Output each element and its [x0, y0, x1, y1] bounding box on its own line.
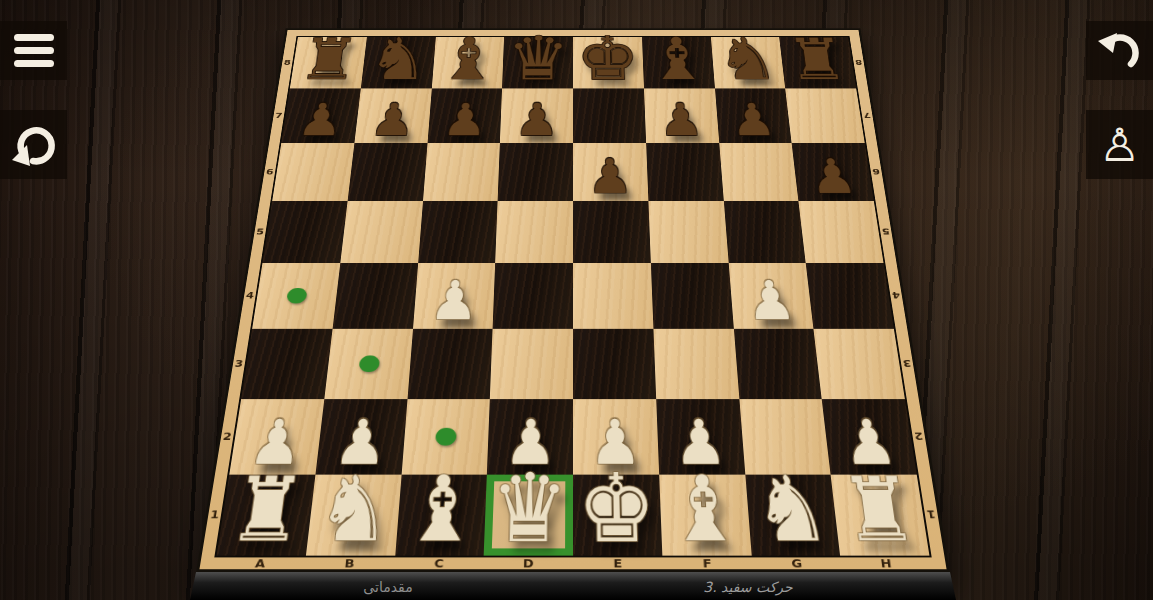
piece-black-pawn[interactable]: ♟ [441, 99, 488, 141]
square-a5[interactable] [262, 201, 347, 263]
chess-board: ♜♞♝♛♚♝♞♜♟♟♟♟♟♟♟♟♟♟♟♟♟♟♟♟♜♞♝♛♚♝♞♜ ABCDEFG… [196, 28, 950, 572]
piece-white-pawn[interactable]: ♟ [428, 276, 480, 327]
hamburger-icon [14, 34, 54, 67]
piece-black-pawn[interactable]: ♟ [368, 99, 417, 141]
piece-black-pawn[interactable]: ♟ [295, 99, 345, 141]
square-c4[interactable]: ♟ [413, 263, 496, 329]
move-status-label: 3. حرکت سفید [703, 579, 792, 595]
rotate-board-button[interactable] [0, 110, 67, 179]
piece-black-pawn[interactable]: ♟ [658, 99, 705, 141]
piece-white-knight[interactable]: ♞ [312, 467, 396, 553]
file-label-c: C [394, 557, 484, 569]
file-label-h: H [841, 557, 932, 569]
piece-black-pawn[interactable]: ♟ [514, 99, 559, 141]
square-e4[interactable] [573, 263, 653, 329]
square-g7[interactable]: ♟ [715, 88, 792, 143]
square-d5[interactable] [495, 201, 573, 263]
piece-black-rook[interactable]: ♜ [784, 33, 850, 87]
square-d7[interactable]: ♟ [500, 88, 573, 143]
square-a1[interactable]: ♜ [217, 475, 316, 556]
square-a7[interactable]: ♟ [281, 88, 360, 143]
square-g1[interactable]: ♞ [745, 475, 840, 556]
move-hint-dot[interactable] [435, 427, 457, 445]
square-c8[interactable]: ♝ [431, 37, 504, 89]
square-a6[interactable] [272, 143, 354, 201]
square-b1[interactable]: ♞ [306, 475, 401, 556]
square-b6[interactable] [347, 143, 427, 201]
square-c3[interactable] [407, 329, 493, 399]
square-c1[interactable]: ♝ [395, 475, 487, 556]
square-g4[interactable]: ♟ [728, 263, 813, 329]
square-d3[interactable] [490, 329, 573, 399]
square-g8[interactable]: ♞ [711, 37, 786, 89]
piece-white-rook[interactable]: ♜ [837, 469, 922, 554]
piece-black-knight[interactable]: ♞ [715, 32, 780, 87]
square-b4[interactable] [332, 263, 417, 329]
piece-white-bishop[interactable]: ♝ [665, 467, 745, 553]
pawn-icon: ♙ [1099, 122, 1140, 168]
square-b7[interactable]: ♟ [354, 88, 431, 143]
square-a3[interactable] [241, 329, 332, 399]
piece-black-pawn[interactable]: ♟ [729, 99, 778, 141]
piece-white-rook[interactable]: ♜ [224, 469, 309, 554]
square-a4[interactable] [252, 263, 340, 329]
piece-black-bishop[interactable]: ♝ [646, 32, 709, 87]
piece-white-queen[interactable]: ♛ [488, 463, 568, 553]
square-h5[interactable] [799, 201, 884, 263]
file-label-a: A [214, 557, 305, 569]
square-h1[interactable]: ♜ [831, 475, 930, 556]
piece-black-pawn[interactable]: ♟ [587, 154, 634, 199]
square-f5[interactable] [648, 201, 728, 263]
square-a8[interactable]: ♜ [290, 37, 367, 89]
board-scene: ♜♞♝♛♚♝♞♜♟♟♟♟♟♟♟♟♟♟♟♟♟♟♟♟♜♞♝♛♚♝♞♜ ABCDEFG… [196, 28, 950, 572]
status-bar: مقدماتی 3. حرکت سفید [190, 572, 956, 600]
square-d1[interactable]: ♛ [484, 475, 573, 556]
square-e5[interactable] [573, 201, 651, 263]
menu-button[interactable] [0, 21, 67, 80]
square-d8[interactable]: ♛ [502, 37, 573, 89]
app-screen: { "game": "chess", "position": { "fen": … [0, 0, 1153, 600]
square-h7[interactable] [785, 88, 864, 143]
square-g6[interactable] [719, 143, 799, 201]
piece-black-pawn[interactable]: ♟ [807, 154, 859, 199]
square-f3[interactable] [653, 329, 739, 399]
rotate-icon [10, 119, 58, 171]
square-d4[interactable] [493, 263, 573, 329]
piece-black-knight[interactable]: ♞ [366, 32, 431, 87]
square-e3[interactable] [573, 329, 656, 399]
square-b5[interactable] [340, 201, 422, 263]
undo-arrow-icon [1095, 27, 1145, 75]
square-f7[interactable]: ♟ [644, 88, 719, 143]
piece-style-button[interactable]: ♙ [1086, 110, 1153, 179]
file-label-b: B [304, 557, 395, 569]
piece-white-king[interactable]: ♚ [577, 463, 657, 553]
square-c6[interactable] [423, 143, 500, 201]
square-e1[interactable]: ♚ [573, 475, 662, 556]
square-h6[interactable]: ♟ [792, 143, 874, 201]
square-f4[interactable] [651, 263, 734, 329]
square-h8[interactable]: ♜ [779, 37, 856, 89]
square-e8[interactable]: ♚ [573, 37, 644, 89]
file-label-f: F [662, 557, 752, 569]
piece-white-knight[interactable]: ♞ [750, 467, 833, 553]
square-b8[interactable]: ♞ [361, 37, 436, 89]
square-f6[interactable] [646, 143, 723, 201]
move-hint-dot[interactable] [286, 288, 307, 304]
piece-black-rook[interactable]: ♜ [296, 33, 362, 87]
square-h4[interactable] [806, 263, 894, 329]
square-g3[interactable] [733, 329, 821, 399]
file-label-d: D [483, 557, 573, 569]
piece-black-queen[interactable]: ♛ [506, 30, 570, 87]
difficulty-label: مقدماتی [363, 579, 412, 595]
piece-black-bishop[interactable]: ♝ [437, 32, 500, 87]
square-c7[interactable]: ♟ [427, 88, 502, 143]
piece-white-pawn[interactable]: ♟ [744, 276, 798, 327]
square-d6[interactable] [498, 143, 573, 201]
piece-white-bishop[interactable]: ♝ [401, 467, 481, 553]
square-b3[interactable] [324, 329, 412, 399]
file-label-g: G [751, 557, 842, 569]
square-c5[interactable] [418, 201, 498, 263]
undo-button[interactable] [1086, 21, 1153, 80]
square-f1[interactable]: ♝ [659, 475, 751, 556]
piece-black-king[interactable]: ♚ [576, 30, 640, 87]
move-hint-dot[interactable] [358, 355, 380, 372]
square-e6[interactable]: ♟ [573, 143, 648, 201]
square-g5[interactable] [723, 201, 805, 263]
squares: ♜♞♝♛♚♝♞♜♟♟♟♟♟♟♟♟♟♟♟♟♟♟♟♟♜♞♝♛♚♝♞♜ [214, 36, 931, 558]
square-h3[interactable] [814, 329, 905, 399]
square-f8[interactable]: ♝ [642, 37, 715, 89]
square-e7[interactable] [573, 88, 646, 143]
file-label-e: E [573, 557, 663, 569]
